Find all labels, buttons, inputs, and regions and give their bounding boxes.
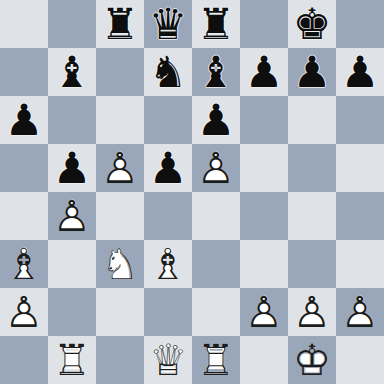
square-b3[interactable] [48,240,96,288]
piece-glyph-fill: ♟ [0,96,48,144]
square-c5[interactable]: ♟♙ [96,144,144,192]
square-c8[interactable]: ♜ [96,0,144,48]
square-c3[interactable]: ♞♘ [96,240,144,288]
white-pawn-f2[interactable]: ♟♙ [240,288,288,336]
square-a5[interactable] [0,144,48,192]
square-g1[interactable]: ♚♔ [288,336,336,384]
white-rook-e1[interactable]: ♜♖ [192,336,240,384]
piece-glyph-outline: ♖ [192,336,240,384]
piece-glyph-fill: ♜ [192,0,240,48]
square-d5[interactable]: ♟ [144,144,192,192]
black-pawn-d5[interactable]: ♟ [144,144,192,192]
square-d7[interactable]: ♞ [144,48,192,96]
square-h5[interactable] [336,144,384,192]
black-rook-c8[interactable]: ♜ [96,0,144,48]
square-g3[interactable] [288,240,336,288]
piece-glyph-outline: ♙ [192,144,240,192]
square-c1[interactable] [96,336,144,384]
square-f3[interactable] [240,240,288,288]
black-bishop-e7[interactable]: ♝ [192,48,240,96]
white-bishop-d3[interactable]: ♝♗ [144,240,192,288]
piece-glyph-outline: ♘ [96,240,144,288]
white-queen-d1[interactable]: ♛♕ [144,336,192,384]
white-pawn-h2[interactable]: ♟♙ [336,288,384,336]
square-d3[interactable]: ♝♗ [144,240,192,288]
square-f2[interactable]: ♟♙ [240,288,288,336]
square-e1[interactable]: ♜♖ [192,336,240,384]
piece-glyph-outline: ♙ [336,288,384,336]
square-g6[interactable] [288,96,336,144]
piece-glyph-fill: ♚ [288,0,336,48]
chess-board: ♜♛♜♚♝♞♝♟♟♟♟♟♟♟♙♟♟♙♟♙♝♗♞♘♝♗♟♙♟♙♟♙♟♙♜♖♛♕♜♖… [0,0,384,384]
piece-glyph-fill: ♟ [240,48,288,96]
black-rook-e8[interactable]: ♜ [192,0,240,48]
square-d6[interactable] [144,96,192,144]
square-e4[interactable] [192,192,240,240]
square-h7[interactable]: ♟ [336,48,384,96]
piece-glyph-outline: ♔ [288,336,336,384]
square-g2[interactable]: ♟♙ [288,288,336,336]
piece-glyph-fill: ♟ [336,48,384,96]
square-c2[interactable] [96,288,144,336]
square-g8[interactable]: ♚ [288,0,336,48]
piece-glyph-outline: ♕ [144,336,192,384]
square-b7[interactable]: ♝ [48,48,96,96]
square-h2[interactable]: ♟♙ [336,288,384,336]
square-a7[interactable] [0,48,48,96]
piece-glyph-outline: ♙ [240,288,288,336]
square-d4[interactable] [144,192,192,240]
black-knight-d7[interactable]: ♞ [144,48,192,96]
square-e8[interactable]: ♜ [192,0,240,48]
square-e2[interactable] [192,288,240,336]
square-h3[interactable] [336,240,384,288]
white-pawn-b4[interactable]: ♟♙ [48,192,96,240]
piece-glyph-fill: ♟ [48,144,96,192]
black-bishop-b7[interactable]: ♝ [48,48,96,96]
square-g5[interactable] [288,144,336,192]
square-b5[interactable]: ♟ [48,144,96,192]
black-pawn-a6[interactable]: ♟ [0,96,48,144]
black-pawn-h7[interactable]: ♟ [336,48,384,96]
piece-glyph-outline: ♙ [48,192,96,240]
square-b8[interactable] [48,0,96,48]
square-d2[interactable] [144,288,192,336]
piece-glyph-outline: ♙ [288,288,336,336]
square-b2[interactable] [48,288,96,336]
square-b6[interactable] [48,96,96,144]
black-pawn-e6[interactable]: ♟ [192,96,240,144]
square-h6[interactable] [336,96,384,144]
white-king-g1[interactable]: ♚♔ [288,336,336,384]
square-d8[interactable]: ♛ [144,0,192,48]
square-f6[interactable] [240,96,288,144]
black-pawn-b5[interactable]: ♟ [48,144,96,192]
square-e5[interactable]: ♟♙ [192,144,240,192]
square-h4[interactable] [336,192,384,240]
square-e7[interactable]: ♝ [192,48,240,96]
piece-glyph-fill: ♟ [144,144,192,192]
white-pawn-a2[interactable]: ♟♙ [0,288,48,336]
square-h8[interactable] [336,0,384,48]
square-f4[interactable] [240,192,288,240]
white-rook-b1[interactable]: ♜♖ [48,336,96,384]
square-a4[interactable] [0,192,48,240]
square-h1[interactable] [336,336,384,384]
square-c4[interactable] [96,192,144,240]
white-knight-c3[interactable]: ♞♘ [96,240,144,288]
square-b1[interactable]: ♜♖ [48,336,96,384]
square-c7[interactable] [96,48,144,96]
piece-glyph-outline: ♙ [0,288,48,336]
white-pawn-g2[interactable]: ♟♙ [288,288,336,336]
piece-glyph-outline: ♖ [48,336,96,384]
black-king-g8[interactable]: ♚ [288,0,336,48]
square-g4[interactable] [288,192,336,240]
piece-glyph-outline: ♗ [144,240,192,288]
square-d1[interactable]: ♛♕ [144,336,192,384]
black-pawn-g7[interactable]: ♟ [288,48,336,96]
black-pawn-f7[interactable]: ♟ [240,48,288,96]
piece-glyph-fill: ♛ [144,0,192,48]
white-pawn-e5[interactable]: ♟♙ [192,144,240,192]
square-f8[interactable] [240,0,288,48]
square-a6[interactable]: ♟ [0,96,48,144]
square-f1[interactable] [240,336,288,384]
square-f7[interactable]: ♟ [240,48,288,96]
square-a3[interactable]: ♝♗ [0,240,48,288]
piece-glyph-fill: ♟ [288,48,336,96]
square-a2[interactable]: ♟♙ [0,288,48,336]
square-g7[interactable]: ♟ [288,48,336,96]
square-e3[interactable] [192,240,240,288]
piece-glyph-fill: ♝ [48,48,96,96]
square-e6[interactable]: ♟ [192,96,240,144]
square-a8[interactable] [0,0,48,48]
square-c6[interactable] [96,96,144,144]
white-bishop-a3[interactable]: ♝♗ [0,240,48,288]
square-a1[interactable] [0,336,48,384]
piece-glyph-outline: ♙ [96,144,144,192]
piece-glyph-fill: ♞ [144,48,192,96]
white-pawn-c5[interactable]: ♟♙ [96,144,144,192]
piece-glyph-fill: ♜ [96,0,144,48]
piece-glyph-fill: ♟ [192,96,240,144]
black-queen-d8[interactable]: ♛ [144,0,192,48]
piece-glyph-outline: ♗ [0,240,48,288]
square-b4[interactable]: ♟♙ [48,192,96,240]
square-f5[interactable] [240,144,288,192]
piece-glyph-fill: ♝ [192,48,240,96]
